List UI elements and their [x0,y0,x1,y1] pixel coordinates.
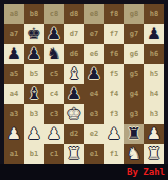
square-coordinate-label: a3 [10,104,18,124]
square-f8[interactable]: f8 [104,4,124,24]
square-c3[interactable]: c3 [44,104,64,124]
square-e8[interactable]: e8 [84,4,104,24]
square-coordinate-label: c8 [50,4,58,24]
square-f4[interactable]: f4 [104,84,124,104]
screenshot-root: { "game": "chess", "position": { "fen": … [0,0,168,180]
square-a4[interactable]: a4 [4,84,24,104]
square-d7[interactable]: d7 [64,24,84,44]
black-pawn[interactable]: ♟ [47,24,61,44]
square-coordinate-label: d7 [70,24,78,44]
square-coordinate-label: g7 [130,24,138,44]
square-coordinate-label: f5 [110,64,118,84]
square-a8[interactable]: a8 [4,4,24,24]
square-coordinate-label: h5 [150,64,158,84]
square-h6[interactable]: h6 [144,44,164,64]
square-a7[interactable]: a7 [4,24,24,44]
square-coordinate-label: b8 [30,4,38,24]
credit-text: By Zahl [127,167,165,177]
square-b2[interactable]: ♟ [24,124,44,144]
square-g6[interactable]: g6 [124,44,144,64]
square-coordinate-label: f3 [110,104,118,124]
square-coordinate-label: g8 [130,4,138,24]
black-pawn[interactable]: ♟ [87,64,101,84]
square-coordinate-label: a5 [10,64,18,84]
black-rook[interactable]: ♜ [127,124,141,144]
white-pawn[interactable]: ♟ [147,124,161,144]
square-e6[interactable]: e6 [84,44,104,64]
square-e4[interactable]: e4 [84,84,104,104]
square-d3[interactable]: ♚ [64,104,84,124]
square-a2[interactable]: ♟ [4,124,24,144]
square-coordinate-label: g3 [130,104,138,124]
square-h4[interactable]: h4 [144,84,164,104]
square-b3[interactable]: b3 [24,104,44,124]
square-h3[interactable]: h3 [144,104,164,124]
square-coordinate-label: c5 [50,64,58,84]
square-f1[interactable]: f1 [104,144,124,164]
square-f7[interactable]: f7 [104,24,124,44]
square-c5[interactable]: c5 [44,64,64,84]
square-h1[interactable]: ♜ [144,144,164,164]
square-c1[interactable]: c1 [44,144,64,164]
square-coordinate-label: h4 [150,84,158,104]
square-coordinate-label: a1 [10,144,18,164]
black-pawn[interactable]: ♟ [7,44,21,64]
square-d6[interactable]: d6 [64,44,84,64]
square-coordinate-label: e2 [90,124,98,144]
square-coordinate-label: f7 [110,24,118,44]
square-b7[interactable]: ♚ [24,24,44,44]
square-b8[interactable]: b8 [24,4,44,24]
black-bishop[interactable]: ♝ [27,84,41,104]
square-a3[interactable]: a3 [4,104,24,124]
square-a1[interactable]: a1 [4,144,24,164]
square-e3[interactable]: e3 [84,104,104,124]
square-coordinate-label: f4 [110,84,118,104]
white-pawn[interactable]: ♟ [27,124,41,144]
square-g7[interactable]: g7 [124,24,144,44]
square-c8[interactable]: c8 [44,4,64,24]
square-e5[interactable]: ♟ [84,64,104,84]
square-coordinate-label: g6 [130,44,138,64]
square-coordinate-label: e8 [90,4,98,24]
square-f3[interactable]: f3 [104,104,124,124]
square-coordinate-label: h6 [150,44,158,64]
square-d4[interactable]: ♟ [64,84,84,104]
square-coordinate-label: b5 [30,64,38,84]
square-e1[interactable]: e1 [84,144,104,164]
square-coordinate-label: a8 [10,4,18,24]
black-pawn[interactable]: ♟ [147,24,161,44]
square-e2[interactable]: e2 [84,124,104,144]
white-bishop[interactable]: ♝ [67,64,81,84]
square-coordinate-label: e7 [90,24,98,44]
black-knight[interactable]: ♞ [47,44,61,64]
square-h8[interactable]: h8 [144,4,164,24]
white-knight[interactable]: ♞ [127,144,141,164]
square-a5[interactable]: a5 [4,64,24,84]
square-coordinate-label: e3 [90,104,98,124]
square-b1[interactable]: b1 [24,144,44,164]
square-coordinate-label: f8 [110,4,118,24]
square-d1[interactable]: ♜ [64,144,84,164]
square-c7[interactable]: ♟ [44,24,64,44]
square-c2[interactable]: ♟ [44,124,64,144]
square-g2[interactable]: ♜ [124,124,144,144]
white-pawn[interactable]: ♟ [7,124,21,144]
square-g4[interactable]: g4 [124,84,144,104]
square-g5[interactable]: g5 [124,64,144,84]
black-king[interactable]: ♚ [27,24,41,44]
square-e7[interactable]: e7 [84,24,104,44]
square-coordinate-label: b1 [30,144,38,164]
square-f2[interactable]: ♟ [104,124,124,144]
square-b6[interactable]: ♟ [24,44,44,64]
square-coordinate-label: f1 [110,144,118,164]
chess-board: a8b8c8d8e8f8g8h8a7♚♟d7e7f7g7♟♟♟♞d6e6f6g6… [4,4,164,164]
square-coordinate-label: e4 [90,84,98,104]
footer-bar: By Zahl [0,164,168,180]
square-b5[interactable]: b5 [24,64,44,84]
black-pawn[interactable]: ♟ [27,44,41,64]
square-coordinate-label: a4 [10,84,18,104]
square-coordinate-label: c1 [50,144,58,164]
square-g8[interactable]: g8 [124,4,144,24]
white-rook[interactable]: ♜ [67,144,81,164]
square-coordinate-label: h8 [150,4,158,24]
square-f6[interactable]: f6 [104,44,124,64]
square-f5[interactable]: f5 [104,64,124,84]
square-coordinate-label: g4 [130,84,138,104]
square-c4[interactable]: c4 [44,84,64,104]
square-d5[interactable]: ♝ [64,64,84,84]
square-coordinate-label: g5 [130,64,138,84]
square-coordinate-label: b3 [30,104,38,124]
square-coordinate-label: c4 [50,84,58,104]
square-a6[interactable]: ♟ [4,44,24,64]
black-pawn[interactable]: ♟ [67,84,81,104]
square-coordinate-label: d6 [70,44,78,64]
square-d8[interactable]: d8 [64,4,84,24]
square-coordinate-label: a7 [10,24,18,44]
square-coordinate-label: e6 [90,44,98,64]
square-c6[interactable]: ♞ [44,44,64,64]
white-pawn[interactable]: ♟ [47,124,61,144]
square-coordinate-label: d2 [70,124,78,144]
square-coordinate-label: d8 [70,4,78,24]
square-h2[interactable]: ♟ [144,124,164,144]
square-h7[interactable]: ♟ [144,24,164,44]
square-d2[interactable]: d2 [64,124,84,144]
square-coordinate-label: c3 [50,104,58,124]
white-king[interactable]: ♚ [67,104,81,124]
square-g3[interactable]: g3 [124,104,144,124]
white-rook[interactable]: ♜ [147,144,161,164]
square-coordinate-label: f6 [110,44,118,64]
square-g1[interactable]: ♞ [124,144,144,164]
white-pawn[interactable]: ♟ [107,124,121,144]
square-coordinate-label: e1 [90,144,98,164]
square-coordinate-label: h3 [150,104,158,124]
square-h5[interactable]: h5 [144,64,164,84]
square-b4[interactable]: ♝ [24,84,44,104]
